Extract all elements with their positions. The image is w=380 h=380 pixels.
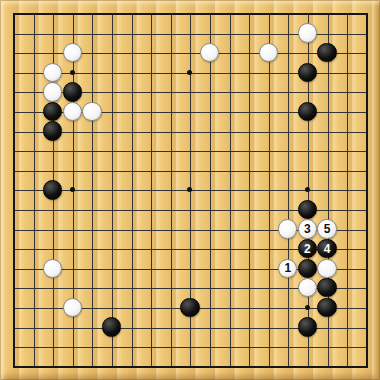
black-stone-R5	[317, 278, 336, 297]
black-stone-R17	[317, 43, 336, 62]
move-5-white-stone-R8: 5	[317, 219, 336, 238]
white-stone-D14	[63, 102, 82, 121]
black-stone-F3	[102, 317, 121, 336]
white-stone-R6	[317, 259, 336, 278]
black-stone-C13	[43, 121, 62, 140]
stones-layer: 35241	[4, 4, 376, 376]
black-stone-Q14	[298, 102, 317, 121]
black-stone-Q6	[298, 259, 317, 278]
black-stone-C10	[43, 180, 62, 199]
black-stone-Q16	[298, 63, 317, 82]
black-stone-D15	[63, 82, 82, 101]
black-stone-Q9	[298, 200, 317, 219]
white-stone-D4	[63, 298, 82, 317]
move-3-white-stone-Q8: 3	[298, 219, 317, 238]
white-stone-D17	[63, 43, 82, 62]
white-stone-E14	[82, 102, 101, 121]
white-stone-L17	[200, 43, 219, 62]
go-board[interactable]: 35241	[0, 0, 380, 380]
move-2-black-stone-Q7: 2	[298, 239, 317, 258]
move-4-black-stone-R7: 4	[317, 239, 336, 258]
white-stone-Q5	[298, 278, 317, 297]
move-1-white-stone-P6: 1	[278, 259, 297, 278]
black-stone-C14	[43, 102, 62, 121]
black-stone-K4	[180, 298, 199, 317]
white-stone-C15	[43, 82, 62, 101]
white-stone-Q18	[298, 23, 317, 42]
black-stone-Q3	[298, 317, 317, 336]
white-stone-P8	[278, 219, 297, 238]
white-stone-C16	[43, 63, 62, 82]
white-stone-C6	[43, 259, 62, 278]
white-stone-O17	[259, 43, 278, 62]
black-stone-R4	[317, 298, 336, 317]
